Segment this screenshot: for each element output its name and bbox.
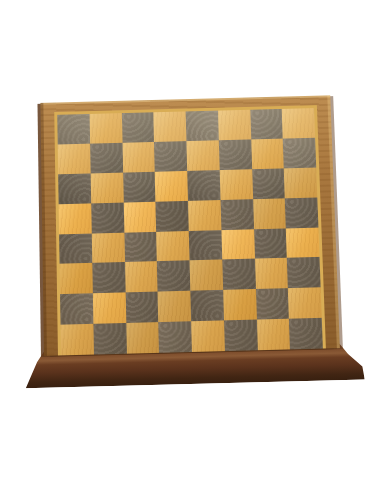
square-f7 xyxy=(219,139,252,170)
square-d5 xyxy=(156,201,189,232)
square-e6 xyxy=(187,170,220,201)
square-e5 xyxy=(188,200,221,231)
square-g3 xyxy=(255,258,289,289)
square-b3 xyxy=(92,262,125,293)
square-a6 xyxy=(58,173,91,204)
square-c2 xyxy=(125,292,158,323)
square-a3 xyxy=(60,263,93,294)
square-e7 xyxy=(186,140,219,171)
square-c5 xyxy=(123,201,156,232)
square-g1 xyxy=(256,319,290,350)
square-c3 xyxy=(125,261,158,292)
square-a1 xyxy=(61,324,94,355)
square-f1 xyxy=(224,320,258,351)
square-a8 xyxy=(57,114,90,144)
square-d2 xyxy=(158,291,191,322)
square-d8 xyxy=(154,111,187,141)
square-c6 xyxy=(123,172,156,203)
square-b6 xyxy=(90,172,123,203)
square-c8 xyxy=(121,112,154,142)
square-f3 xyxy=(222,259,255,290)
square-a7 xyxy=(58,144,91,175)
square-e8 xyxy=(186,111,219,141)
square-f5 xyxy=(220,199,253,230)
square-f2 xyxy=(223,289,257,320)
square-d6 xyxy=(155,171,188,202)
square-d4 xyxy=(156,231,189,262)
board-gold-trim xyxy=(54,105,326,355)
square-d7 xyxy=(154,141,187,172)
square-h8 xyxy=(282,108,315,138)
square-g4 xyxy=(254,228,287,259)
square-h4 xyxy=(286,227,320,258)
square-e4 xyxy=(189,230,222,261)
board-frame xyxy=(40,95,339,356)
square-e1 xyxy=(191,321,225,352)
square-d1 xyxy=(158,321,191,352)
photo-background xyxy=(0,0,375,500)
square-h5 xyxy=(285,197,318,228)
square-c1 xyxy=(126,322,159,353)
square-c4 xyxy=(124,231,157,262)
square-a5 xyxy=(59,203,92,234)
square-e3 xyxy=(190,260,223,291)
square-d3 xyxy=(157,261,190,292)
square-f6 xyxy=(219,169,252,200)
square-b8 xyxy=(89,113,122,143)
square-a2 xyxy=(60,293,93,324)
square-b7 xyxy=(90,143,123,174)
square-g8 xyxy=(250,109,283,139)
square-h6 xyxy=(284,167,317,198)
chessboard xyxy=(0,0,375,500)
board-top-face xyxy=(40,95,339,356)
square-a4 xyxy=(59,233,92,264)
square-c7 xyxy=(122,142,155,173)
square-g7 xyxy=(251,138,284,169)
square-g2 xyxy=(255,288,289,319)
square-h3 xyxy=(287,257,321,288)
board-grid xyxy=(57,108,323,355)
square-g6 xyxy=(252,168,285,199)
square-h2 xyxy=(288,288,322,319)
square-h1 xyxy=(289,318,323,349)
square-f4 xyxy=(221,229,254,260)
square-g5 xyxy=(253,198,286,229)
square-e2 xyxy=(190,290,223,321)
square-b5 xyxy=(91,202,124,233)
square-h7 xyxy=(283,138,316,169)
square-b4 xyxy=(92,232,125,263)
square-b2 xyxy=(93,293,126,324)
square-b1 xyxy=(93,323,126,354)
square-f8 xyxy=(218,110,251,140)
